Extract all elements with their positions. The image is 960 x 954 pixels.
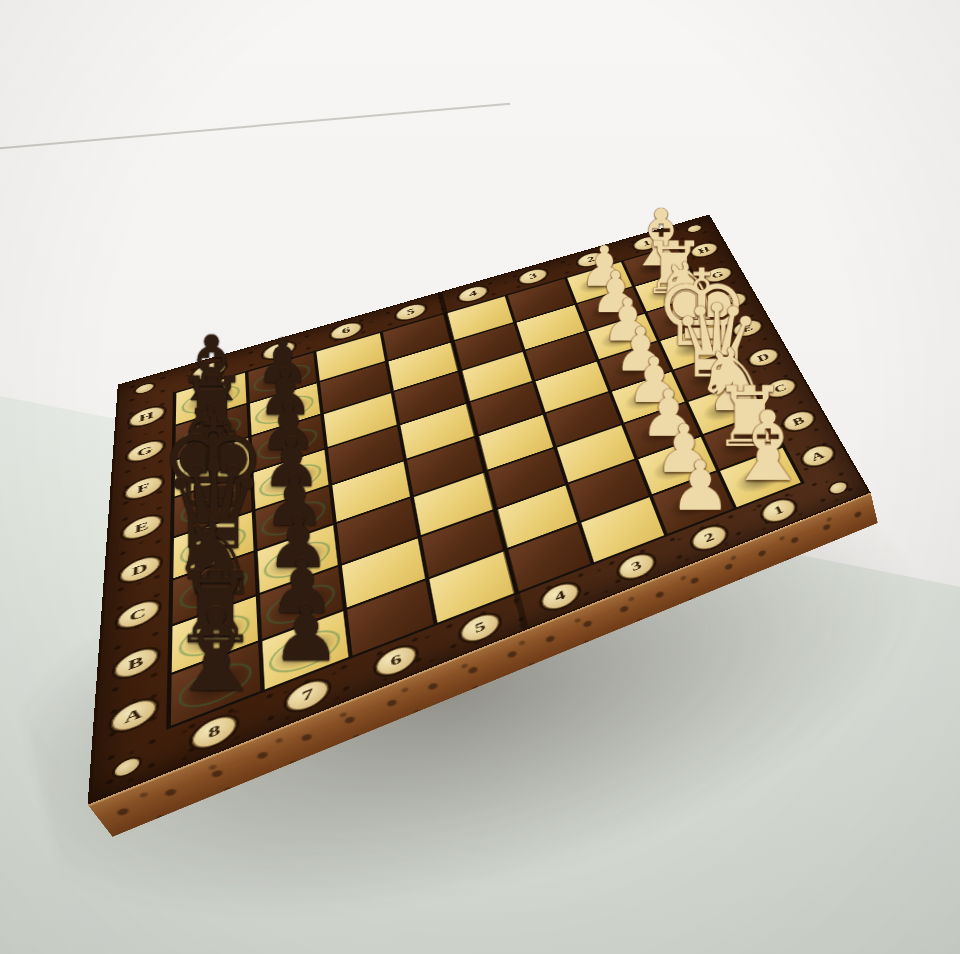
square-e4[interactable] [469,382,542,434]
chessboard: HGFEDCBA ABCDEFGH 87654321 87654321 ♝♟♟♝… [88,215,871,805]
corner-ornament-icon [825,478,851,497]
square-f4[interactable] [461,352,532,401]
square-a8[interactable]: ♝ [171,643,260,725]
piece-white-pawn-a2[interactable]: ♟ [641,455,759,518]
corner-ornament-icon [111,753,142,783]
photo-scene: HGFEDCBA ABCDEFGH 87654321 87654321 ♝♟♟♝… [0,0,960,954]
piece-black-bishop-a8[interactable]: ♝ [148,600,285,705]
board-frame: HGFEDCBA ABCDEFGH 87654321 87654321 ♝♟♟♝… [88,215,871,805]
corner-ornament-icon [133,381,156,397]
chessboard-stage: HGFEDCBA ABCDEFGH 87654321 87654321 ♝♟♟♝… [176,136,776,736]
square-a2[interactable]: ♟ [653,472,734,534]
